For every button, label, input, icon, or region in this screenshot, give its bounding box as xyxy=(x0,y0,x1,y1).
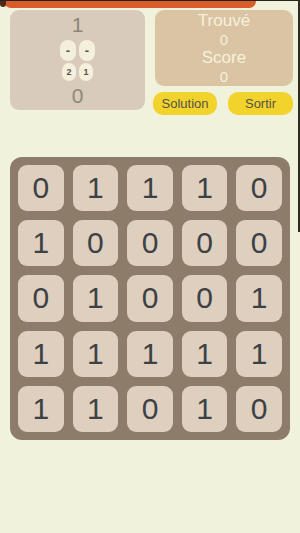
bit-weight-button-2[interactable]: 2 xyxy=(62,63,76,81)
board-cell[interactable]: 1 xyxy=(73,275,119,321)
board-cell[interactable]: 1 xyxy=(236,275,282,321)
target-decimal-value: 1 xyxy=(72,13,84,37)
board-cell[interactable]: 1 xyxy=(18,220,64,266)
board-cell[interactable]: 0 xyxy=(236,220,282,266)
ad-banner-fragment xyxy=(4,0,256,8)
board-cell[interactable]: 1 xyxy=(73,331,119,377)
board-cell[interactable]: 1 xyxy=(182,386,228,432)
board-cell[interactable]: 1 xyxy=(236,331,282,377)
board-cell[interactable]: 1 xyxy=(127,165,173,211)
board-cell[interactable]: 0 xyxy=(18,165,64,211)
current-decimal-value: 0 xyxy=(72,84,84,108)
board-cell[interactable]: 0 xyxy=(182,220,228,266)
score-label: Score xyxy=(155,48,293,68)
board-cell[interactable]: 0 xyxy=(127,275,173,321)
found-value: 0 xyxy=(155,31,293,48)
binary-digit-button-right[interactable]: - xyxy=(79,40,95,61)
board-cell[interactable]: 0 xyxy=(182,275,228,321)
board-cell[interactable]: 0 xyxy=(236,386,282,432)
screen-top-border xyxy=(0,0,300,1)
exit-button[interactable]: Sortir xyxy=(228,92,293,115)
binary-digit-row: - - xyxy=(60,40,95,61)
board-cell[interactable]: 1 xyxy=(182,165,228,211)
bit-weight-button-1[interactable]: 1 xyxy=(79,63,93,81)
score-value: 0 xyxy=(155,68,293,85)
solution-button[interactable]: Solution xyxy=(153,92,217,115)
board-cell[interactable]: 1 xyxy=(18,386,64,432)
board-cell[interactable]: 1 xyxy=(182,331,228,377)
board-cell[interactable]: 0 xyxy=(127,386,173,432)
board-cell[interactable]: 0 xyxy=(236,165,282,211)
board-cell[interactable]: 1 xyxy=(127,331,173,377)
app-screen: 1 - - 2 1 0 Trouvé 0 Score 0 Solution So… xyxy=(0,0,300,533)
board-cell[interactable]: 1 xyxy=(73,165,119,211)
screen-right-border xyxy=(298,0,300,232)
board-cell[interactable]: 1 xyxy=(73,386,119,432)
board-cell[interactable]: 0 xyxy=(127,220,173,266)
banner-corner-fragment xyxy=(0,0,6,7)
board: 0111010000010011111111010 xyxy=(10,157,290,440)
board-cell[interactable]: 1 xyxy=(18,331,64,377)
found-label: Trouvé xyxy=(155,11,293,31)
bit-weight-row: 2 1 xyxy=(62,63,93,81)
binary-converter-panel: 1 - - 2 1 0 xyxy=(10,10,145,110)
score-panel: Trouvé 0 Score 0 xyxy=(155,10,293,86)
board-cell[interactable]: 0 xyxy=(73,220,119,266)
binary-digit-button-left[interactable]: - xyxy=(60,40,76,61)
board-cell[interactable]: 0 xyxy=(18,275,64,321)
